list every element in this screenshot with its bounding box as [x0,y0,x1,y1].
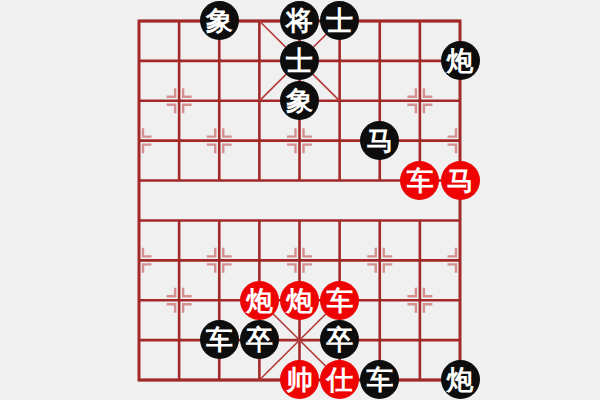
piece-red-chariot[interactable]: 车 [400,161,439,200]
piece-black-pawn[interactable]: 卒 [240,320,279,359]
piece-black-horse[interactable]: 马 [360,121,399,160]
piece-black-cannon[interactable]: 炮 [441,360,480,399]
piece-red-general[interactable]: 帅 [280,360,319,399]
piece-black-elephant[interactable]: 象 [200,1,239,40]
piece-red-cannon[interactable]: 炮 [280,281,319,320]
piece-black-chariot[interactable]: 车 [200,320,239,359]
piece-red-horse[interactable]: 马 [441,161,480,200]
piece-red-cannon[interactable]: 炮 [240,281,279,320]
piece-black-elephant[interactable]: 象 [280,81,319,120]
piece-black-advisor[interactable]: 士 [280,41,319,80]
piece-red-chariot[interactable]: 车 [320,281,359,320]
piece-black-advisor[interactable]: 士 [320,1,359,40]
pieces-grid: 象将士士炮象马车马炮炮车车卒卒帅仕车炮 [119,1,480,400]
xiangqi-board: 象将士士炮象马车马炮炮车车卒卒帅仕车炮 [0,0,600,400]
piece-red-advisor[interactable]: 仕 [320,360,359,399]
piece-black-chariot[interactable]: 车 [360,360,399,399]
piece-black-cannon[interactable]: 炮 [441,41,480,80]
piece-black-general[interactable]: 将 [280,1,319,40]
piece-black-pawn[interactable]: 卒 [320,320,359,359]
